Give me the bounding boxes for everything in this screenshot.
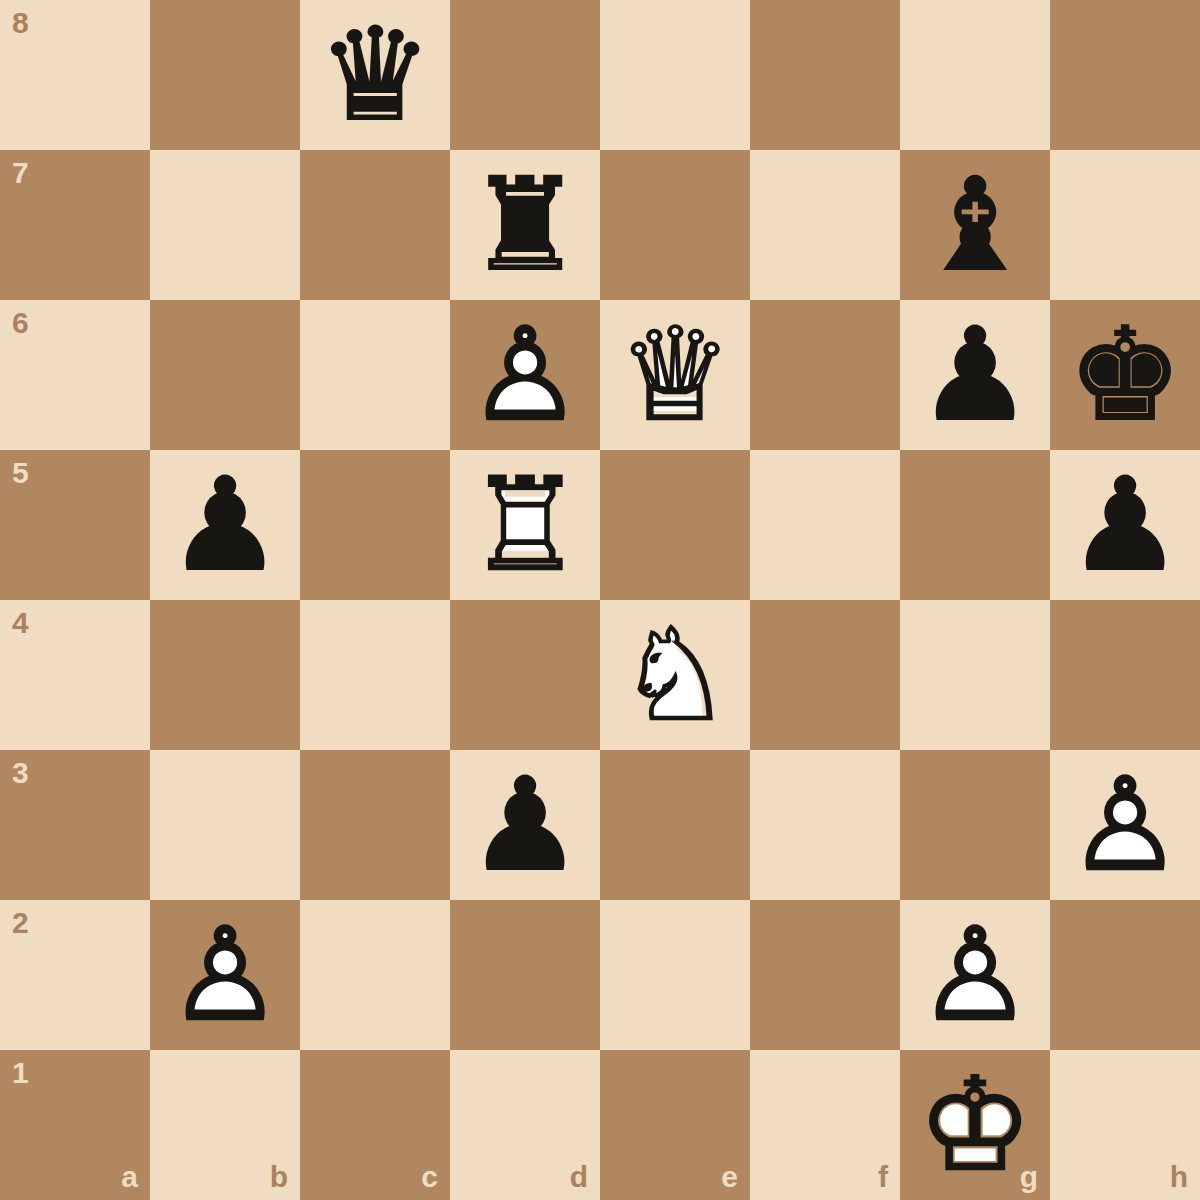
square-d8[interactable] [450, 0, 600, 150]
piece-black-pawn-d3[interactable]: ♟ [468, 750, 583, 900]
square-h1[interactable]: h [1050, 1050, 1200, 1200]
square-e5[interactable] [600, 450, 750, 600]
square-f8[interactable] [750, 0, 900, 150]
square-g8[interactable] [900, 0, 1050, 150]
piece-black-rook-d7[interactable]: ♜ [468, 150, 583, 300]
file-label-e: e [721, 1162, 738, 1192]
square-d6[interactable]: ♟ [450, 300, 600, 450]
square-a3[interactable]: 3 [0, 750, 150, 900]
square-b5[interactable]: ♟ [150, 450, 300, 600]
square-b3[interactable] [150, 750, 300, 900]
square-g2[interactable]: ♟ [900, 900, 1050, 1050]
square-e2[interactable] [600, 900, 750, 1050]
square-h8[interactable] [1050, 0, 1200, 150]
square-c4[interactable] [300, 600, 450, 750]
square-e6[interactable]: ♛ [600, 300, 750, 450]
square-b1[interactable]: b [150, 1050, 300, 1200]
square-h2[interactable] [1050, 900, 1200, 1050]
piece-black-pawn-g6[interactable]: ♟ [918, 300, 1033, 450]
square-b8[interactable] [150, 0, 300, 150]
piece-black-bishop-g7[interactable]: ♝ [918, 150, 1033, 300]
square-g7[interactable]: ♝ [900, 150, 1050, 300]
square-b4[interactable] [150, 600, 300, 750]
square-a2[interactable]: 2 [0, 900, 150, 1050]
piece-white-pawn-g2[interactable]: ♟ [918, 900, 1033, 1050]
square-a6[interactable]: 6 [0, 300, 150, 450]
square-c1[interactable]: c [300, 1050, 450, 1200]
piece-black-pawn-h5[interactable]: ♟ [1068, 450, 1183, 600]
piece-white-pawn-h3[interactable]: ♟ [1068, 750, 1183, 900]
piece-white-pawn-b2[interactable]: ♟ [168, 900, 283, 1050]
file-label-a: a [121, 1162, 138, 1192]
rank-label-8: 8 [12, 8, 29, 38]
file-label-f: f [878, 1162, 888, 1192]
square-h5[interactable]: ♟ [1050, 450, 1200, 600]
square-h7[interactable] [1050, 150, 1200, 300]
piece-black-king-h6[interactable]: ♚ [1068, 300, 1183, 450]
square-e3[interactable] [600, 750, 750, 900]
square-c8[interactable]: ♛ [300, 0, 450, 150]
square-e8[interactable] [600, 0, 750, 150]
square-f7[interactable] [750, 150, 900, 300]
file-label-b: b [270, 1162, 288, 1192]
square-d1[interactable]: d [450, 1050, 600, 1200]
file-label-d: d [570, 1162, 588, 1192]
piece-white-pawn-d6[interactable]: ♟ [468, 300, 583, 450]
square-g3[interactable] [900, 750, 1050, 900]
square-d4[interactable] [450, 600, 600, 750]
piece-white-knight-e4[interactable]: ♞ [618, 600, 733, 750]
square-h3[interactable]: ♟ [1050, 750, 1200, 900]
square-d5[interactable]: ♜ [450, 450, 600, 600]
square-b2[interactable]: ♟ [150, 900, 300, 1050]
square-g4[interactable] [900, 600, 1050, 750]
square-d2[interactable] [450, 900, 600, 1050]
square-f3[interactable] [750, 750, 900, 900]
rank-label-2: 2 [12, 908, 29, 938]
square-f6[interactable] [750, 300, 900, 450]
square-e1[interactable]: e [600, 1050, 750, 1200]
square-d3[interactable]: ♟ [450, 750, 600, 900]
square-b6[interactable] [150, 300, 300, 450]
square-a7[interactable]: 7 [0, 150, 150, 300]
square-f1[interactable]: f [750, 1050, 900, 1200]
square-b7[interactable] [150, 150, 300, 300]
piece-black-queen-c8[interactable]: ♛ [318, 0, 433, 150]
square-c3[interactable] [300, 750, 450, 900]
square-h4[interactable] [1050, 600, 1200, 750]
square-a1[interactable]: 1a [0, 1050, 150, 1200]
square-e4[interactable]: ♞ [600, 600, 750, 750]
square-c5[interactable] [300, 450, 450, 600]
square-h6[interactable]: ♚ [1050, 300, 1200, 450]
square-a5[interactable]: 5 [0, 450, 150, 600]
chess-board: 8♛7♜♝6♟♛♟♚5♟♜♟4♞3♟♟2♟♟1abcdefg♚h [0, 0, 1200, 1200]
square-a4[interactable]: 4 [0, 600, 150, 750]
square-f2[interactable] [750, 900, 900, 1050]
square-f5[interactable] [750, 450, 900, 600]
rank-label-6: 6 [12, 308, 29, 338]
piece-white-queen-e6[interactable]: ♛ [618, 300, 733, 450]
square-c2[interactable] [300, 900, 450, 1050]
square-c7[interactable] [300, 150, 450, 300]
rank-label-3: 3 [12, 758, 29, 788]
square-c6[interactable] [300, 300, 450, 450]
square-a8[interactable]: 8 [0, 0, 150, 150]
piece-black-pawn-b5[interactable]: ♟ [168, 450, 283, 600]
square-g5[interactable] [900, 450, 1050, 600]
square-f4[interactable] [750, 600, 900, 750]
file-label-c: c [421, 1162, 438, 1192]
square-g1[interactable]: g♚ [900, 1050, 1050, 1200]
rank-label-7: 7 [12, 158, 29, 188]
rank-label-5: 5 [12, 458, 29, 488]
piece-white-king-g1[interactable]: ♚ [918, 1050, 1033, 1200]
rank-label-4: 4 [12, 608, 29, 638]
rank-label-1: 1 [12, 1058, 29, 1088]
file-label-h: h [1170, 1162, 1188, 1192]
square-g6[interactable]: ♟ [900, 300, 1050, 450]
square-d7[interactable]: ♜ [450, 150, 600, 300]
piece-white-rook-d5[interactable]: ♜ [468, 450, 583, 600]
square-e7[interactable] [600, 150, 750, 300]
